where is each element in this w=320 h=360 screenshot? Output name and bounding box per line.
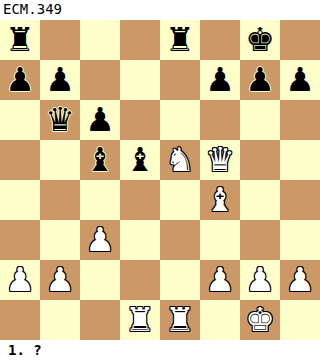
white-pawn[interactable]: ♟ <box>5 260 35 300</box>
square-h7[interactable]: ♟ <box>280 60 320 100</box>
black-rook[interactable]: ♜ <box>5 20 35 60</box>
square-g6[interactable] <box>240 100 280 140</box>
square-d8[interactable] <box>120 20 160 60</box>
square-f5[interactable]: ♛ <box>200 140 240 180</box>
square-c3[interactable]: ♟ <box>80 220 120 260</box>
black-pawn[interactable]: ♟ <box>45 60 75 100</box>
square-h8[interactable] <box>280 20 320 60</box>
square-b3[interactable] <box>40 220 80 260</box>
black-pawn[interactable]: ♟ <box>245 60 275 100</box>
square-e4[interactable] <box>160 180 200 220</box>
white-king[interactable]: ♚ <box>245 300 275 340</box>
square-h2[interactable]: ♟ <box>280 260 320 300</box>
square-b7[interactable]: ♟ <box>40 60 80 100</box>
white-pawn[interactable]: ♟ <box>285 260 315 300</box>
black-pawn[interactable]: ♟ <box>5 60 35 100</box>
square-c1[interactable] <box>80 300 120 340</box>
white-bishop[interactable]: ♝ <box>205 180 235 220</box>
white-queen[interactable]: ♛ <box>205 140 235 180</box>
square-b4[interactable] <box>40 180 80 220</box>
black-bishop[interactable]: ♝ <box>85 140 115 180</box>
black-bishop[interactable]: ♝ <box>125 140 155 180</box>
square-f6[interactable] <box>200 100 240 140</box>
square-g7[interactable]: ♟ <box>240 60 280 100</box>
square-e7[interactable] <box>160 60 200 100</box>
square-b6[interactable]: ♛ <box>40 100 80 140</box>
square-c7[interactable] <box>80 60 120 100</box>
square-g8[interactable]: ♚ <box>240 20 280 60</box>
white-knight[interactable]: ♞ <box>165 140 195 180</box>
square-h4[interactable] <box>280 180 320 220</box>
square-b5[interactable] <box>40 140 80 180</box>
square-f2[interactable]: ♟ <box>200 260 240 300</box>
square-h6[interactable] <box>280 100 320 140</box>
square-h3[interactable] <box>280 220 320 260</box>
white-pawn[interactable]: ♟ <box>245 260 275 300</box>
black-pawn[interactable]: ♟ <box>285 60 315 100</box>
square-g2[interactable]: ♟ <box>240 260 280 300</box>
white-pawn[interactable]: ♟ <box>205 260 235 300</box>
square-h5[interactable] <box>280 140 320 180</box>
square-e8[interactable]: ♜ <box>160 20 200 60</box>
chess-board: ♜♜♚♟♟♟♟♟♛♟♝♝♞♛♝♟♟♟♟♟♟♜♜♚ <box>0 20 320 340</box>
white-pawn[interactable]: ♟ <box>45 260 75 300</box>
square-e5[interactable]: ♞ <box>160 140 200 180</box>
black-king[interactable]: ♚ <box>245 20 275 60</box>
square-d7[interactable] <box>120 60 160 100</box>
square-c2[interactable] <box>80 260 120 300</box>
black-rook[interactable]: ♜ <box>165 20 195 60</box>
square-c5[interactable]: ♝ <box>80 140 120 180</box>
square-a8[interactable]: ♜ <box>0 20 40 60</box>
square-g5[interactable] <box>240 140 280 180</box>
square-e1[interactable]: ♜ <box>160 300 200 340</box>
square-c4[interactable] <box>80 180 120 220</box>
square-d4[interactable] <box>120 180 160 220</box>
white-rook[interactable]: ♜ <box>165 300 195 340</box>
square-c8[interactable] <box>80 20 120 60</box>
black-queen[interactable]: ♛ <box>45 100 75 140</box>
black-pawn[interactable]: ♟ <box>205 60 235 100</box>
square-d5[interactable]: ♝ <box>120 140 160 180</box>
square-d2[interactable] <box>120 260 160 300</box>
square-a1[interactable] <box>0 300 40 340</box>
square-h1[interactable] <box>280 300 320 340</box>
square-b2[interactable]: ♟ <box>40 260 80 300</box>
puzzle-title: ECM.349 <box>3 0 62 19</box>
square-b1[interactable] <box>40 300 80 340</box>
square-d1[interactable]: ♜ <box>120 300 160 340</box>
square-d6[interactable] <box>120 100 160 140</box>
square-e6[interactable] <box>160 100 200 140</box>
square-g3[interactable] <box>240 220 280 260</box>
square-d3[interactable] <box>120 220 160 260</box>
black-pawn[interactable]: ♟ <box>85 100 115 140</box>
square-e3[interactable] <box>160 220 200 260</box>
square-a7[interactable]: ♟ <box>0 60 40 100</box>
square-a6[interactable] <box>0 100 40 140</box>
square-f3[interactable] <box>200 220 240 260</box>
white-rook[interactable]: ♜ <box>125 300 155 340</box>
square-g1[interactable]: ♚ <box>240 300 280 340</box>
square-b8[interactable] <box>40 20 80 60</box>
square-f4[interactable]: ♝ <box>200 180 240 220</box>
move-prompt: 1. ? <box>8 340 42 360</box>
square-g4[interactable] <box>240 180 280 220</box>
square-f7[interactable]: ♟ <box>200 60 240 100</box>
white-pawn[interactable]: ♟ <box>85 220 115 260</box>
square-a4[interactable] <box>0 180 40 220</box>
square-f8[interactable] <box>200 20 240 60</box>
square-a3[interactable] <box>0 220 40 260</box>
square-e2[interactable] <box>160 260 200 300</box>
square-f1[interactable] <box>200 300 240 340</box>
square-a5[interactable] <box>0 140 40 180</box>
square-c6[interactable]: ♟ <box>80 100 120 140</box>
square-a2[interactable]: ♟ <box>0 260 40 300</box>
